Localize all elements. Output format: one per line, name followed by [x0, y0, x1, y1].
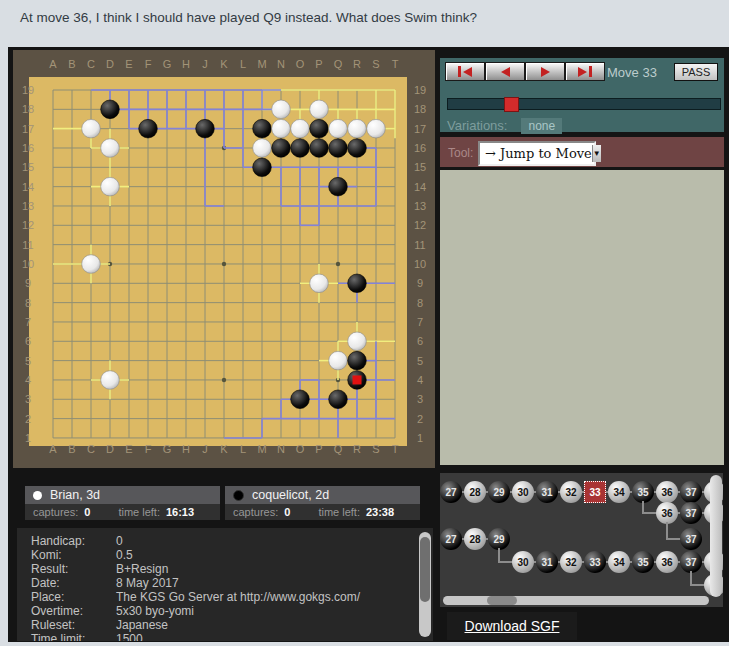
variations-label: Variations: [447, 118, 507, 133]
board-coordinate-letter: D [106, 443, 114, 455]
stone-white [310, 100, 329, 119]
board-coordinate-letter: O [296, 58, 305, 70]
game-info-label: Time limit: [31, 632, 116, 641]
back-icon [501, 67, 510, 77]
board-coordinate-letter: G [163, 58, 172, 70]
stone-white [348, 119, 367, 138]
game-info-row: Place:The KGS Go Server at http://www.go… [31, 590, 360, 604]
tree-node[interactable]: 31 [536, 481, 558, 503]
variations-row: Variations:none [447, 118, 562, 134]
game-info-value: 8 May 2017 [116, 576, 179, 590]
next-move-button[interactable] [525, 62, 565, 81]
game-info-row: Ruleset:Japanese [31, 618, 168, 632]
navigation-panel: Move 33 PASS Variations:none [440, 58, 724, 132]
board-coordinate-letter: R [353, 443, 361, 455]
board-coordinate-number: 10 [414, 258, 426, 270]
board-coordinate-number: 4 [25, 374, 31, 386]
tool-label: Tool: [448, 146, 473, 160]
tool-dropdown-value: → Jump to Move [480, 146, 592, 161]
game-info-value: Japanese [116, 618, 168, 632]
board-coordinate-letter: P [315, 58, 322, 70]
stone-black [348, 139, 367, 158]
board-coordinate-letter: H [182, 443, 190, 455]
board-coordinate-number: 16 [414, 142, 426, 154]
stone-black [291, 390, 310, 409]
board-coordinate-letter: B [68, 443, 75, 455]
board-coordinate-number: 2 [417, 413, 423, 425]
white-captures: 0 [84, 506, 90, 518]
tree-node[interactable]: 37 [680, 502, 702, 524]
board-coordinate-letter: G [163, 443, 172, 455]
captures-label: captures: [233, 506, 278, 518]
tree-node[interactable]: 30 [512, 551, 534, 573]
board-coordinate-number: 18 [22, 103, 34, 115]
board-coordinate-number: 6 [25, 335, 31, 347]
board-coordinate-letter: S [372, 443, 379, 455]
game-info-value: 0.5 [116, 548, 133, 562]
stone-black [272, 139, 291, 158]
board-coordinate-letter: R [353, 58, 361, 70]
board-coordinate-number: 10 [22, 258, 34, 270]
game-info-value: 5x30 byo-yomi [116, 604, 194, 618]
board-coordinate-letter: C [87, 58, 95, 70]
white-player-panel: Brian, 3d captures: 0 time left: 16:13 [25, 486, 220, 520]
black-captures: 0 [284, 506, 290, 518]
go-board[interactable]: AA1919BB1818CC1717DD1616EE1515FF1414GG13… [13, 50, 435, 468]
tree-node[interactable]: 36 [656, 481, 678, 503]
stone-black [348, 351, 367, 370]
variations-value: none [521, 118, 562, 134]
tree-node[interactable]: 29 [488, 528, 510, 550]
forward-icon [541, 67, 550, 77]
board-coordinate-number: 18 [414, 103, 426, 115]
board-coordinate-letter: J [202, 443, 208, 455]
board-coordinate-number: 3 [417, 393, 423, 405]
stone-black [329, 139, 348, 158]
first-move-bar-icon [458, 66, 461, 77]
board-coordinate-letter: N [277, 58, 285, 70]
board-coordinate-letter: E [125, 58, 132, 70]
game-info-value: The KGS Go Server at http://www.gokgs.co… [116, 590, 360, 604]
tree-node[interactable]: 30 [512, 481, 534, 503]
game-info-row: Komi:0.5 [31, 548, 133, 562]
tool-dropdown[interactable]: → Jump to Move ▼ [478, 141, 596, 166]
stone-black [253, 158, 272, 177]
board-coordinate-number: 1 [417, 432, 423, 444]
time-left-label: time left: [318, 506, 360, 518]
stone-black [253, 119, 272, 138]
tree-node[interactable]: 29 [488, 481, 510, 503]
tree-node[interactable]: 34 [608, 551, 630, 573]
board-coordinate-letter: K [220, 443, 228, 455]
board-coordinate-letter: Q [334, 443, 343, 455]
board-coordinate-letter: K [220, 58, 228, 70]
game-info-value: 0 [116, 534, 123, 548]
board-coordinate-letter: N [277, 443, 285, 455]
tree-node[interactable]: 36 [656, 551, 678, 573]
board-coordinate-letter: A [49, 443, 57, 455]
game-info-label: Date: [31, 576, 116, 590]
tree-vertical-scrollbar[interactable] [710, 475, 722, 597]
page: At move 36, I think I should have played… [0, 0, 729, 646]
star-point [336, 262, 340, 266]
white-player-stats: captures: 0 time left: 16:13 [25, 504, 220, 520]
board-coordinate-letter: F [145, 58, 152, 70]
game-info-label: Handicap: [31, 534, 116, 548]
board-coordinate-letter: T [392, 443, 399, 455]
board-coordinate-number: 11 [22, 239, 33, 251]
board-coordinate-number: 14 [414, 181, 426, 193]
stone-white [329, 351, 348, 370]
stone-white [272, 119, 291, 138]
stone-black [310, 119, 329, 138]
game-info-label: Result: [31, 562, 116, 576]
stone-white [82, 255, 101, 274]
tree-node[interactable]: 28 [464, 528, 486, 550]
board-coordinate-number: 14 [22, 181, 34, 193]
board-coordinate-letter: P [315, 443, 322, 455]
board-coordinate-number: 15 [414, 161, 426, 173]
star-point [222, 378, 226, 382]
game-info-label: Ruleset: [31, 618, 116, 632]
comment-area[interactable] [440, 170, 724, 465]
white-player-name-bar: Brian, 3d [25, 486, 220, 504]
white-stone-icon [33, 491, 42, 500]
board-coordinate-letter: M [257, 443, 266, 455]
board-coordinate-number: 8 [417, 297, 423, 309]
white-player-name: Brian, 3d [50, 488, 100, 502]
tree-node[interactable]: 35 [632, 481, 654, 503]
stone-black [196, 119, 215, 138]
board-coordinate-number: 13 [414, 200, 426, 212]
board-coordinate-number: 3 [25, 393, 31, 405]
stone-white [253, 139, 272, 158]
board-coordinate-number: 8 [25, 297, 31, 309]
black-player-name: coquelicot, 2d [252, 488, 329, 502]
game-info-value: B+Resign [116, 562, 168, 576]
game-info-value: 1500 [116, 632, 143, 641]
board-coordinate-letter: T [392, 58, 399, 70]
board-coordinate-number: 9 [417, 277, 423, 289]
board-coordinate-letter: J [202, 58, 208, 70]
stone-black [310, 139, 329, 158]
download-sgf-button[interactable]: Download SGF [447, 612, 577, 640]
rewind-icon [463, 67, 472, 77]
board-coordinate-letter: H [182, 58, 190, 70]
first-move-button[interactable] [445, 62, 485, 81]
tree-node-selected[interactable]: 33 [584, 481, 606, 503]
previous-move-button[interactable] [485, 62, 525, 81]
tree-horizontal-scrollbar[interactable] [443, 596, 709, 605]
tree-node[interactable]: 37 [680, 481, 702, 503]
last-move-marker [353, 375, 362, 384]
tree-node[interactable]: 27 [440, 481, 462, 503]
tree-node[interactable]: 32 [560, 481, 582, 503]
go-board-svg[interactable]: AA1919BB1818CC1717DD1616EE1515FF1414GG13… [13, 50, 435, 468]
tree-node[interactable]: 33 [584, 551, 606, 573]
stone-white [310, 274, 329, 293]
board-coordinate-letter: D [106, 58, 114, 70]
board-coordinate-number: 9 [25, 277, 31, 289]
board-coordinate-number: 1 [25, 432, 31, 444]
stone-black [348, 274, 367, 293]
game-info-label: Komi: [31, 548, 116, 562]
white-time-left: 16:13 [166, 506, 194, 518]
board-coordinate-number: 4 [417, 374, 423, 386]
stone-black [329, 177, 348, 196]
black-player-panel: coquelicot, 2d captures: 0 time left: 23… [225, 486, 420, 520]
board-coordinate-letter: C [87, 443, 95, 455]
game-info-panel: Handicap:0Komi:0.5Result:B+ResignDate:8 … [17, 528, 433, 641]
tree-hscroll-thumb[interactable] [487, 596, 517, 605]
tree-node[interactable]: 37 [680, 551, 702, 573]
black-time-left: 23:38 [366, 506, 394, 518]
game-info-row: Result:B+Resign [31, 562, 168, 576]
tree-node[interactable]: 32 [560, 551, 582, 573]
board-coordinate-letter: L [240, 443, 246, 455]
last-move-bar-icon [589, 66, 592, 77]
tree-node[interactable]: 35 [632, 551, 654, 573]
stone-white [82, 119, 101, 138]
stone-white [367, 119, 386, 138]
stone-white [348, 332, 367, 351]
game-info-row: Time limit:1500 [31, 632, 143, 641]
star-point [222, 262, 226, 266]
game-info-row: Handicap:0 [31, 534, 123, 548]
board-coordinate-number: 13 [22, 200, 34, 212]
dropdown-arrow-icon[interactable]: ▼ [592, 145, 601, 162]
black-player-name-bar: coquelicot, 2d [225, 486, 420, 504]
stone-white [291, 119, 310, 138]
board-coordinate-letter: F [145, 443, 152, 455]
board-coordinate-number: 15 [22, 161, 34, 173]
tool-bar: Tool: → Jump to Move ▼ [440, 137, 724, 167]
move-slider-handle[interactable] [504, 97, 519, 112]
board-coordinate-letter: O [296, 443, 305, 455]
time-left-label: time left: [118, 506, 160, 518]
stone-black [101, 100, 120, 119]
last-move-button[interactable] [565, 62, 605, 81]
game-info-row: Date:8 May 2017 [31, 576, 179, 590]
move-counter: Move 33 [607, 65, 657, 80]
stone-white [272, 100, 291, 119]
stone-black [329, 390, 348, 409]
black-stone-icon [233, 490, 244, 501]
tree-node[interactable]: 28 [464, 481, 486, 503]
tree-node[interactable]: 27 [440, 528, 462, 550]
board-coordinate-letter: L [240, 58, 246, 70]
tree-node[interactable]: 37 [680, 528, 702, 550]
game-info-row: Overtime:5x30 byo-yomi [31, 604, 194, 618]
main-container: AA1919BB1818CC1717DD1616EE1515FF1414GG13… [8, 47, 729, 642]
board-coordinate-number: 11 [414, 239, 425, 251]
game-info-label: Overtime: [31, 604, 116, 618]
tree-node[interactable]: 36 [656, 502, 678, 524]
board-coordinate-number: 16 [22, 142, 34, 154]
board-coordinate-number: 12 [22, 219, 34, 231]
captures-label: captures: [33, 506, 78, 518]
move-slider-track[interactable] [447, 98, 721, 110]
stone-white [101, 371, 120, 390]
stone-black [291, 139, 310, 158]
board-coordinate-number: 17 [22, 123, 34, 135]
board-coordinate-number: 6 [417, 335, 423, 347]
download-sgf-label: Download SGF [465, 618, 560, 634]
board-coordinate-number: 12 [414, 219, 426, 231]
stone-white [329, 119, 348, 138]
stone-white [101, 139, 120, 158]
board-coordinate-number: 7 [25, 316, 31, 328]
board-coordinate-letter: A [49, 58, 57, 70]
black-player-stats: captures: 0 time left: 23:38 [225, 504, 420, 520]
board-coordinate-number: 5 [25, 355, 31, 367]
info-scrollbar-track[interactable] [419, 532, 431, 637]
board-coordinate-number: 5 [417, 355, 423, 367]
stone-black [139, 119, 158, 138]
board-coordinate-letter: B [68, 58, 75, 70]
board-coordinate-number: 19 [22, 84, 34, 96]
tree-node[interactable]: 31 [536, 551, 558, 573]
game-info-label: Place: [31, 590, 116, 604]
board-coordinate-number: 19 [414, 84, 426, 96]
board-coordinate-number: 2 [25, 413, 31, 425]
info-scrollbar-thumb[interactable] [420, 537, 430, 602]
tree-node[interactable]: 34 [608, 481, 630, 503]
board-coordinate-letter: M [257, 58, 266, 70]
page-title: At move 36, I think I should have played… [20, 10, 477, 25]
stone-white [101, 177, 120, 196]
board-coordinate-number: 7 [417, 316, 423, 328]
board-coordinate-letter: S [372, 58, 379, 70]
fast-forward-icon [578, 67, 587, 77]
board-coordinate-number: 17 [414, 123, 426, 135]
pass-button[interactable]: PASS [674, 63, 718, 81]
board-coordinate-letter: Q [334, 58, 343, 70]
board-coordinate-letter: E [125, 443, 132, 455]
move-tree-panel[interactable]: 2728293031323334353637363727282937303132… [440, 473, 723, 607]
